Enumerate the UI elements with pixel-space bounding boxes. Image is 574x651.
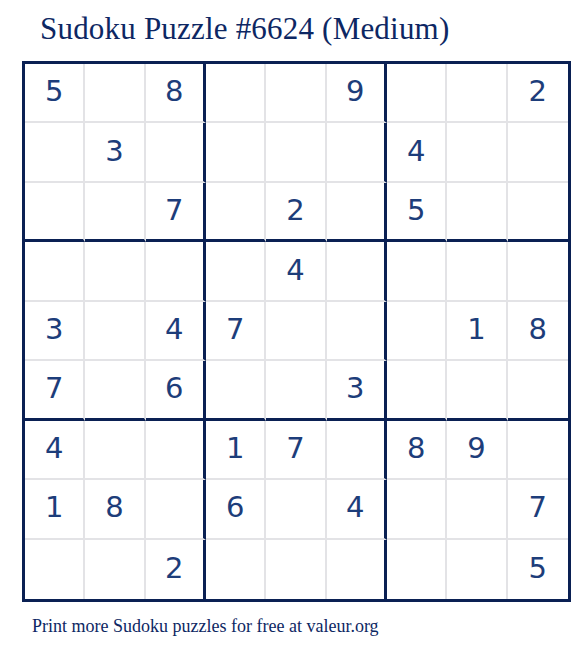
sudoku-cell-r8c1: 1 [25,480,85,539]
sudoku-cell-r1c6: 9 [327,64,387,123]
sudoku-cell-r2c4 [206,123,266,182]
sudoku-cell-r9c2 [85,540,145,599]
sudoku-cell-r2c9 [508,123,568,182]
sudoku-cell-r3c3: 7 [146,183,206,242]
sudoku-cell-r7c8: 9 [447,421,507,480]
sudoku-cell-r3c8 [447,183,507,242]
sudoku-cell-r6c9 [508,361,568,420]
sudoku-grid: 589234725434718763417891864725 [22,61,571,602]
sudoku-cell-r9c3: 2 [146,540,206,599]
sudoku-cell-r3c2 [85,183,145,242]
sudoku-cell-r6c5 [266,361,326,420]
sudoku-cell-r5c6 [327,302,387,361]
sudoku-cell-r5c1: 3 [25,302,85,361]
sudoku-cell-r5c9: 8 [508,302,568,361]
sudoku-cell-r6c8 [447,361,507,420]
sudoku-cell-r3c7: 5 [387,183,447,242]
sudoku-cell-r9c6 [327,540,387,599]
footer-credit: Print more Sudoku puzzles for free at va… [32,616,379,637]
sudoku-cell-r1c9: 2 [508,64,568,123]
sudoku-cell-r8c3 [146,480,206,539]
sudoku-cell-r4c7 [387,242,447,301]
sudoku-cell-r2c8 [447,123,507,182]
sudoku-cell-r7c7: 8 [387,421,447,480]
sudoku-cell-r3c4 [206,183,266,242]
sudoku-cell-r9c9: 5 [508,540,568,599]
sudoku-cell-r2c2: 3 [85,123,145,182]
sudoku-cell-r8c5 [266,480,326,539]
sudoku-cell-r5c4: 7 [206,302,266,361]
sudoku-cell-r9c8 [447,540,507,599]
sudoku-cell-r3c6 [327,183,387,242]
sudoku-cell-r5c8: 1 [447,302,507,361]
sudoku-cell-r2c6 [327,123,387,182]
sudoku-cell-r1c8 [447,64,507,123]
sudoku-cell-r7c4: 1 [206,421,266,480]
sudoku-cell-r4c2 [85,242,145,301]
sudoku-cell-r6c4 [206,361,266,420]
sudoku-cell-r3c9 [508,183,568,242]
sudoku-cell-r4c3 [146,242,206,301]
sudoku-cell-r2c5 [266,123,326,182]
sudoku-cell-r3c1 [25,183,85,242]
sudoku-cell-r4c1 [25,242,85,301]
sudoku-cell-r3c5: 2 [266,183,326,242]
sudoku-cell-r6c7 [387,361,447,420]
sudoku-cell-r1c3: 8 [146,64,206,123]
sudoku-cell-r6c2 [85,361,145,420]
sudoku-cell-r5c2 [85,302,145,361]
sudoku-cell-r6c3: 6 [146,361,206,420]
sudoku-cell-r6c1: 7 [25,361,85,420]
sudoku-cell-r4c9 [508,242,568,301]
sudoku-cell-r8c8 [447,480,507,539]
sudoku-cell-r4c4 [206,242,266,301]
sudoku-cell-r5c3: 4 [146,302,206,361]
sudoku-cell-r9c4 [206,540,266,599]
sudoku-cell-r4c8 [447,242,507,301]
sudoku-cell-r4c5: 4 [266,242,326,301]
sudoku-cell-r2c7: 4 [387,123,447,182]
sudoku-cell-r8c2: 8 [85,480,145,539]
sudoku-cell-r2c3 [146,123,206,182]
sudoku-cell-r1c5 [266,64,326,123]
sudoku-cell-r8c7 [387,480,447,539]
sudoku-cell-r7c2 [85,421,145,480]
sudoku-cell-r9c5 [266,540,326,599]
sudoku-cell-r9c1 [25,540,85,599]
sudoku-cell-r7c9 [508,421,568,480]
sudoku-cell-r4c6 [327,242,387,301]
sudoku-cell-r6c6: 3 [327,361,387,420]
sudoku-cell-r2c1 [25,123,85,182]
page-title: Sudoku Puzzle #6624 (Medium) [40,11,449,47]
sudoku-cell-r8c4: 6 [206,480,266,539]
sudoku-cell-r1c4 [206,64,266,123]
sudoku-cell-r1c7 [387,64,447,123]
sudoku-cell-r8c6: 4 [327,480,387,539]
sudoku-cell-r8c9: 7 [508,480,568,539]
sudoku-cell-r7c3 [146,421,206,480]
sudoku-cell-r5c5 [266,302,326,361]
sudoku-cell-r1c2 [85,64,145,123]
sudoku-cell-r7c1: 4 [25,421,85,480]
sudoku-cell-r1c1: 5 [25,64,85,123]
sudoku-cell-r5c7 [387,302,447,361]
sudoku-cell-r7c6 [327,421,387,480]
sudoku-cell-r7c5: 7 [266,421,326,480]
sudoku-cell-r9c7 [387,540,447,599]
